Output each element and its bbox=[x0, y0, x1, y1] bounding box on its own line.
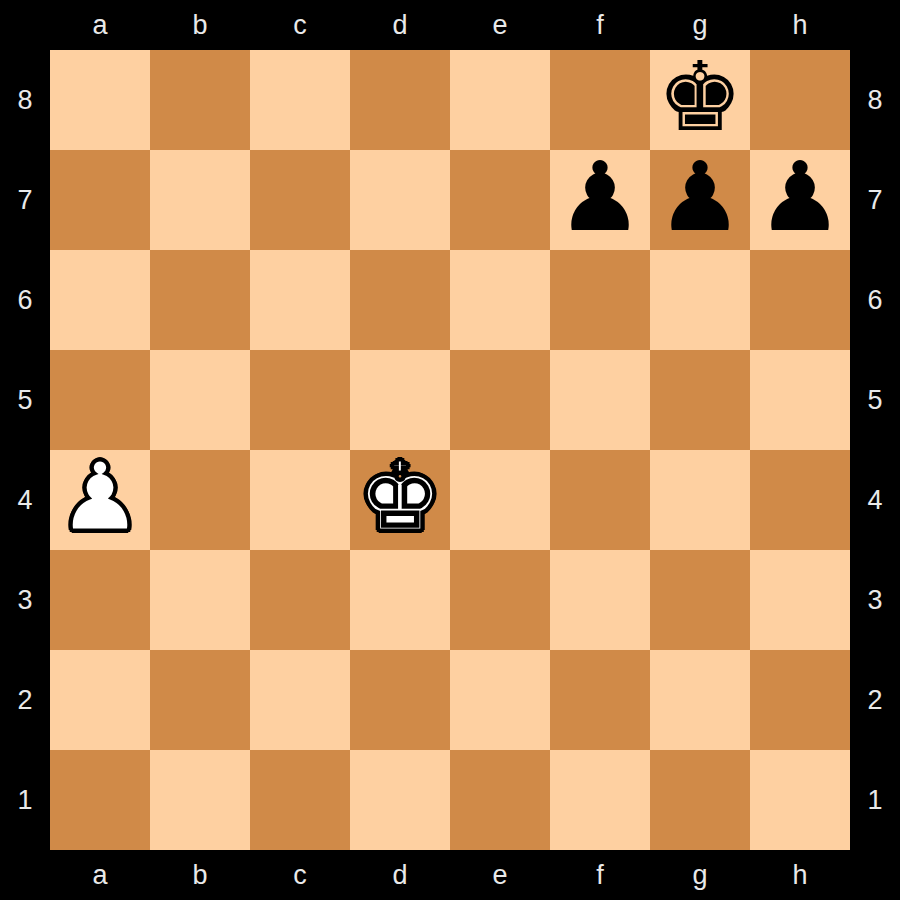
square-a8[interactable] bbox=[50, 50, 150, 150]
square-e3[interactable] bbox=[450, 550, 550, 650]
square-f6[interactable] bbox=[550, 250, 650, 350]
board-layout: abcdefgh8♚87♟♟♟766554♟♚4332211abcdefgh bbox=[0, 0, 900, 900]
square-g8[interactable]: ♚ bbox=[650, 50, 750, 150]
square-f4[interactable] bbox=[550, 450, 650, 550]
square-e1[interactable] bbox=[450, 750, 550, 850]
black-pawn-h7[interactable]: ♟ bbox=[757, 147, 843, 247]
square-f7[interactable]: ♟ bbox=[550, 150, 650, 250]
rank-label-left-1: 1 bbox=[0, 750, 50, 850]
square-c5[interactable] bbox=[250, 350, 350, 450]
square-b5[interactable] bbox=[150, 350, 250, 450]
file-label-top-b: b bbox=[150, 0, 250, 50]
square-c7[interactable] bbox=[250, 150, 350, 250]
rank-label-left-8: 8 bbox=[0, 50, 50, 150]
white-pawn-a4[interactable]: ♟ bbox=[57, 447, 143, 547]
square-d4[interactable]: ♚ bbox=[350, 450, 450, 550]
file-label-top-h: h bbox=[750, 0, 850, 50]
square-d8[interactable] bbox=[350, 50, 450, 150]
square-e7[interactable] bbox=[450, 150, 550, 250]
rank-label-right-3: 3 bbox=[850, 550, 900, 650]
square-b6[interactable] bbox=[150, 250, 250, 350]
square-d6[interactable] bbox=[350, 250, 450, 350]
black-pawn-g7[interactable]: ♟ bbox=[657, 147, 743, 247]
square-g4[interactable] bbox=[650, 450, 750, 550]
square-h4[interactable] bbox=[750, 450, 850, 550]
square-a4[interactable]: ♟ bbox=[50, 450, 150, 550]
square-d1[interactable] bbox=[350, 750, 450, 850]
frame-corner bbox=[850, 0, 900, 50]
square-c6[interactable] bbox=[250, 250, 350, 350]
square-b2[interactable] bbox=[150, 650, 250, 750]
file-label-bottom-b: b bbox=[150, 850, 250, 900]
square-h3[interactable] bbox=[750, 550, 850, 650]
square-e8[interactable] bbox=[450, 50, 550, 150]
file-label-top-d: d bbox=[350, 0, 450, 50]
square-e6[interactable] bbox=[450, 250, 550, 350]
rank-label-left-4: 4 bbox=[0, 450, 50, 550]
file-label-bottom-f: f bbox=[550, 850, 650, 900]
square-g7[interactable]: ♟ bbox=[650, 150, 750, 250]
square-f3[interactable] bbox=[550, 550, 650, 650]
rank-label-left-7: 7 bbox=[0, 150, 50, 250]
square-c4[interactable] bbox=[250, 450, 350, 550]
black-king-g8[interactable]: ♚ bbox=[657, 47, 743, 147]
square-a3[interactable] bbox=[50, 550, 150, 650]
file-label-top-a: a bbox=[50, 0, 150, 50]
square-g5[interactable] bbox=[650, 350, 750, 450]
square-d2[interactable] bbox=[350, 650, 450, 750]
rank-label-right-4: 4 bbox=[850, 450, 900, 550]
rank-label-left-6: 6 bbox=[0, 250, 50, 350]
square-c3[interactable] bbox=[250, 550, 350, 650]
square-b1[interactable] bbox=[150, 750, 250, 850]
square-c1[interactable] bbox=[250, 750, 350, 850]
file-label-bottom-g: g bbox=[650, 850, 750, 900]
rank-label-right-6: 6 bbox=[850, 250, 900, 350]
file-label-bottom-a: a bbox=[50, 850, 150, 900]
square-b4[interactable] bbox=[150, 450, 250, 550]
square-g3[interactable] bbox=[650, 550, 750, 650]
file-label-top-e: e bbox=[450, 0, 550, 50]
square-g6[interactable] bbox=[650, 250, 750, 350]
rank-label-right-1: 1 bbox=[850, 750, 900, 850]
square-f1[interactable] bbox=[550, 750, 650, 850]
square-h5[interactable] bbox=[750, 350, 850, 450]
square-a5[interactable] bbox=[50, 350, 150, 450]
square-d3[interactable] bbox=[350, 550, 450, 650]
square-c8[interactable] bbox=[250, 50, 350, 150]
file-label-bottom-c: c bbox=[250, 850, 350, 900]
square-d7[interactable] bbox=[350, 150, 450, 250]
rank-label-right-5: 5 bbox=[850, 350, 900, 450]
square-a1[interactable] bbox=[50, 750, 150, 850]
square-f8[interactable] bbox=[550, 50, 650, 150]
square-f5[interactable] bbox=[550, 350, 650, 450]
rank-label-right-8: 8 bbox=[850, 50, 900, 150]
square-h2[interactable] bbox=[750, 650, 850, 750]
square-e5[interactable] bbox=[450, 350, 550, 450]
square-h8[interactable] bbox=[750, 50, 850, 150]
square-h7[interactable]: ♟ bbox=[750, 150, 850, 250]
rank-label-left-2: 2 bbox=[0, 650, 50, 750]
square-f2[interactable] bbox=[550, 650, 650, 750]
square-e4[interactable] bbox=[450, 450, 550, 550]
file-label-top-f: f bbox=[550, 0, 650, 50]
square-h1[interactable] bbox=[750, 750, 850, 850]
rank-label-left-5: 5 bbox=[0, 350, 50, 450]
square-g1[interactable] bbox=[650, 750, 750, 850]
frame-corner bbox=[0, 850, 50, 900]
file-label-top-c: c bbox=[250, 0, 350, 50]
file-label-bottom-e: e bbox=[450, 850, 550, 900]
file-label-bottom-h: h bbox=[750, 850, 850, 900]
square-b8[interactable] bbox=[150, 50, 250, 150]
rank-label-right-7: 7 bbox=[850, 150, 900, 250]
square-c2[interactable] bbox=[250, 650, 350, 750]
chess-diagram: abcdefgh8♚87♟♟♟766554♟♚4332211abcdefgh bbox=[0, 0, 900, 900]
square-b7[interactable] bbox=[150, 150, 250, 250]
frame-corner bbox=[850, 850, 900, 900]
rank-label-left-3: 3 bbox=[0, 550, 50, 650]
black-pawn-f7[interactable]: ♟ bbox=[557, 147, 643, 247]
square-a7[interactable] bbox=[50, 150, 150, 250]
square-a6[interactable] bbox=[50, 250, 150, 350]
square-a2[interactable] bbox=[50, 650, 150, 750]
square-e2[interactable] bbox=[450, 650, 550, 750]
file-label-bottom-d: d bbox=[350, 850, 450, 900]
frame-corner bbox=[0, 0, 50, 50]
square-b3[interactable] bbox=[150, 550, 250, 650]
white-king-d4[interactable]: ♚ bbox=[357, 447, 443, 547]
rank-label-right-2: 2 bbox=[850, 650, 900, 750]
square-d5[interactable] bbox=[350, 350, 450, 450]
square-h6[interactable] bbox=[750, 250, 850, 350]
square-g2[interactable] bbox=[650, 650, 750, 750]
